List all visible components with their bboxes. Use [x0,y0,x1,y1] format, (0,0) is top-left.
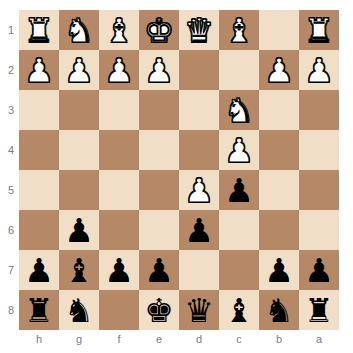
square-c2[interactable] [219,50,259,90]
black-queen-piece[interactable]: ♛ [184,294,214,327]
square-e3[interactable] [139,90,179,130]
square-e4[interactable] [139,130,179,170]
square-a6[interactable] [299,210,339,250]
square-g5[interactable] [59,170,99,210]
square-f2[interactable]: ♟ [99,50,139,90]
square-a1[interactable]: ♜ [299,10,339,50]
white-bishop-piece[interactable]: ♝ [104,14,134,47]
square-h6[interactable] [19,210,59,250]
square-b8[interactable]: ♞ [259,290,299,330]
white-pawn-piece[interactable]: ♟ [304,54,334,87]
chess-app: 12345678 ♜♞♝♚♛♝♜♟♟♟♟♟♟♞♟♟♟♟♟♟♝♟♟♟♟♜♞♚♛♝♞… [0,0,353,353]
rank-label-4: 4 [0,130,17,170]
square-e1[interactable]: ♚ [139,10,179,50]
square-a2[interactable]: ♟ [299,50,339,90]
square-a7[interactable]: ♟ [299,250,339,290]
black-king-piece[interactable]: ♚ [144,294,174,327]
square-d4[interactable] [179,130,219,170]
square-d3[interactable] [179,90,219,130]
black-bishop-piece[interactable]: ♝ [64,254,94,287]
white-pawn-piece[interactable]: ♟ [264,54,294,87]
rank-label-2: 2 [0,50,17,90]
square-e6[interactable] [139,210,179,250]
rank-label-6: 6 [0,210,17,250]
square-g1[interactable]: ♞ [59,10,99,50]
square-h1[interactable]: ♜ [19,10,59,50]
file-label-f: f [99,330,139,352]
square-f7[interactable]: ♟ [99,250,139,290]
rank-label-1: 1 [0,10,17,50]
black-pawn-piece[interactable]: ♟ [264,254,294,287]
square-c1[interactable]: ♝ [219,10,259,50]
square-b4[interactable] [259,130,299,170]
square-e7[interactable]: ♟ [139,250,179,290]
white-pawn-piece[interactable]: ♟ [24,54,54,87]
white-pawn-piece[interactable]: ♟ [104,54,134,87]
black-pawn-piece[interactable]: ♟ [224,174,254,207]
black-pawn-piece[interactable]: ♟ [144,254,174,287]
square-a8[interactable]: ♜ [299,290,339,330]
black-pawn-piece[interactable]: ♟ [64,214,94,247]
square-f4[interactable] [99,130,139,170]
white-rook-piece[interactable]: ♜ [304,14,334,47]
square-e5[interactable] [139,170,179,210]
square-f8[interactable] [99,290,139,330]
square-b6[interactable] [259,210,299,250]
white-pawn-piece[interactable]: ♟ [144,54,174,87]
square-g6[interactable]: ♟ [59,210,99,250]
square-c7[interactable] [219,250,259,290]
rank-label-8: 8 [0,290,17,330]
rank-label-3: 3 [0,90,17,130]
square-g8[interactable]: ♞ [59,290,99,330]
square-f1[interactable]: ♝ [99,10,139,50]
square-b2[interactable]: ♟ [259,50,299,90]
white-pawn-piece[interactable]: ♟ [224,134,254,167]
square-h5[interactable] [19,170,59,210]
square-c8[interactable]: ♝ [219,290,259,330]
white-pawn-piece[interactable]: ♟ [64,54,94,87]
square-d7[interactable] [179,250,219,290]
black-pawn-piece[interactable]: ♟ [304,254,334,287]
rank-coordinates: 12345678 [0,10,17,330]
square-b1[interactable] [259,10,299,50]
square-b7[interactable]: ♟ [259,250,299,290]
file-coordinates: hgfedcba [19,330,339,352]
file-label-a: a [299,330,339,352]
black-rook-piece[interactable]: ♜ [304,294,334,327]
square-g7[interactable]: ♝ [59,250,99,290]
rank-label-5: 5 [0,170,17,210]
square-c3[interactable]: ♞ [219,90,259,130]
file-label-b: b [259,330,299,352]
square-d8[interactable]: ♛ [179,290,219,330]
white-knight-piece[interactable]: ♞ [64,14,94,47]
white-pawn-piece[interactable]: ♟ [184,174,214,207]
black-pawn-piece[interactable]: ♟ [184,214,214,247]
white-queen-piece[interactable]: ♛ [184,14,214,47]
square-c5[interactable]: ♟ [219,170,259,210]
square-d1[interactable]: ♛ [179,10,219,50]
square-e2[interactable]: ♟ [139,50,179,90]
white-knight-piece[interactable]: ♞ [224,94,254,127]
white-king-piece[interactable]: ♚ [144,14,174,47]
square-b5[interactable] [259,170,299,210]
file-label-c: c [219,330,259,352]
square-f6[interactable] [99,210,139,250]
white-bishop-piece[interactable]: ♝ [224,14,254,47]
square-g4[interactable] [59,130,99,170]
square-h8[interactable]: ♜ [19,290,59,330]
square-a3[interactable] [299,90,339,130]
square-d2[interactable] [179,50,219,90]
square-d6[interactable]: ♟ [179,210,219,250]
file-label-h: h [19,330,59,352]
square-a4[interactable] [299,130,339,170]
black-pawn-piece[interactable]: ♟ [24,254,54,287]
white-rook-piece[interactable]: ♜ [24,14,54,47]
black-knight-piece[interactable]: ♞ [64,294,94,327]
file-label-d: d [179,330,219,352]
black-knight-piece[interactable]: ♞ [264,294,294,327]
square-a5[interactable] [299,170,339,210]
rank-label-7: 7 [0,250,17,290]
square-h7[interactable]: ♟ [19,250,59,290]
black-pawn-piece[interactable]: ♟ [104,254,134,287]
file-label-g: g [59,330,99,352]
black-rook-piece[interactable]: ♜ [24,294,54,327]
square-g2[interactable]: ♟ [59,50,99,90]
square-f5[interactable] [99,170,139,210]
square-b3[interactable] [259,90,299,130]
square-g3[interactable] [59,90,99,130]
square-h3[interactable] [19,90,59,130]
square-c6[interactable] [219,210,259,250]
square-c4[interactable]: ♟ [219,130,259,170]
square-h4[interactable] [19,130,59,170]
file-label-e: e [139,330,179,352]
square-f3[interactable] [99,90,139,130]
square-e8[interactable]: ♚ [139,290,179,330]
black-bishop-piece[interactable]: ♝ [224,294,254,327]
square-h2[interactable]: ♟ [19,50,59,90]
chess-board: ♜♞♝♚♛♝♜♟♟♟♟♟♟♞♟♟♟♟♟♟♝♟♟♟♟♜♞♚♛♝♞♜ [19,10,339,330]
square-d5[interactable]: ♟ [179,170,219,210]
